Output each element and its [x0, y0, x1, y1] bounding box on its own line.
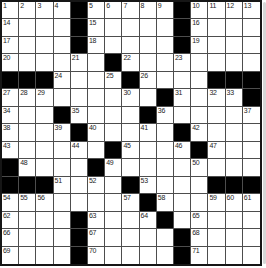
black-cell-r11c8 [122, 177, 139, 194]
black-cell-r11c13 [208, 177, 225, 194]
clue-number-43: 43 [3, 142, 10, 150]
cell-r12c7[interactable] [105, 194, 122, 211]
cell-r8c7[interactable] [105, 124, 122, 141]
black-cell-r14c5 [71, 229, 88, 246]
cell-r6c9[interactable] [140, 89, 157, 106]
cell-r8c13[interactable] [208, 124, 225, 141]
cell-r5c7[interactable]: 25 [105, 72, 122, 89]
cell-r10c13[interactable] [208, 159, 225, 176]
cell-r14c6[interactable]: 67 [88, 229, 105, 246]
cell-r12c10[interactable]: 58 [157, 194, 174, 211]
clue-number-39: 39 [55, 124, 62, 132]
clue-number-35: 35 [72, 107, 79, 115]
cell-r2c4[interactable] [54, 19, 71, 36]
cell-r14c2[interactable] [19, 229, 36, 246]
cell-r8c4[interactable]: 39 [54, 124, 71, 141]
cell-r11c9[interactable]: 53 [140, 177, 157, 194]
cell-r13c8[interactable] [122, 212, 139, 229]
cell-r4c15[interactable] [243, 54, 260, 71]
cell-r2c1[interactable]: 14 [2, 19, 19, 36]
cell-r12c4[interactable] [54, 194, 71, 211]
clue-number-29: 29 [37, 89, 44, 97]
clue-number-11: 11 [209, 2, 216, 10]
clue-number-40: 40 [89, 124, 96, 132]
black-cell-r9c7 [105, 142, 122, 159]
clue-number-31: 31 [175, 89, 182, 97]
cell-r6c1[interactable]: 27 [2, 89, 19, 106]
clue-number-12: 12 [227, 2, 234, 10]
right-edge-scrollbar-strip [263, 2, 266, 264]
cell-r12c2[interactable]: 55 [19, 194, 36, 211]
clue-number-19: 19 [192, 37, 199, 45]
clue-number-1: 1 [3, 2, 7, 10]
cell-r14c10[interactable] [157, 229, 174, 246]
black-cell-r5c14 [226, 72, 243, 89]
clue-number-30: 30 [123, 89, 130, 97]
cell-r14c13[interactable] [208, 229, 225, 246]
cell-r3c8[interactable] [122, 37, 139, 54]
cell-r8c9[interactable]: 41 [140, 124, 157, 141]
cell-r2c13[interactable] [208, 19, 225, 36]
cell-r12c14[interactable]: 60 [226, 194, 243, 211]
cell-r6c2[interactable]: 28 [19, 89, 36, 106]
cell-r14c7[interactable] [105, 229, 122, 246]
clue-number-24: 24 [55, 72, 62, 80]
cell-r1c10[interactable]: 9 [157, 2, 174, 19]
clue-number-33: 33 [227, 89, 234, 97]
clue-number-61: 61 [244, 194, 251, 202]
cell-r4c4[interactable] [54, 54, 71, 71]
clue-number-26: 26 [141, 72, 148, 80]
cell-r9c5[interactable]: 44 [71, 142, 88, 159]
cell-r14c9[interactable] [140, 229, 157, 246]
black-cell-r10c1 [2, 159, 19, 176]
cell-r7c2[interactable] [19, 107, 36, 124]
cell-r6c13[interactable]: 32 [208, 89, 225, 106]
clue-number-49: 49 [106, 159, 113, 167]
cell-r6c6[interactable] [88, 89, 105, 106]
cell-r12c12[interactable] [191, 194, 208, 211]
clue-number-46: 46 [175, 142, 182, 150]
black-cell-r3c11 [174, 37, 191, 54]
clue-number-66: 66 [3, 229, 10, 237]
clue-number-23: 23 [175, 54, 182, 62]
clue-number-10: 10 [192, 2, 199, 10]
black-cell-r10c6 [88, 159, 105, 176]
cell-r13c7[interactable] [105, 212, 122, 229]
cell-r4c3[interactable] [36, 54, 53, 71]
cell-r15c2[interactable] [19, 247, 36, 264]
clue-number-18: 18 [89, 37, 96, 45]
cell-r13c3[interactable] [36, 212, 53, 229]
cell-r9c3[interactable] [36, 142, 53, 159]
cell-r6c14[interactable]: 33 [226, 89, 243, 106]
cell-r1c14[interactable]: 12 [226, 2, 243, 19]
cell-r3c13[interactable] [208, 37, 225, 54]
cell-r8c15[interactable] [243, 124, 260, 141]
clue-number-52: 52 [89, 177, 96, 185]
cell-r15c9[interactable] [140, 247, 157, 264]
cell-r9c4[interactable] [54, 142, 71, 159]
cell-r6c3[interactable]: 29 [36, 89, 53, 106]
cell-r15c3[interactable] [36, 247, 53, 264]
clue-number-25: 25 [106, 72, 113, 80]
cell-r2c2[interactable] [19, 19, 36, 36]
clue-number-59: 59 [209, 194, 216, 202]
clue-number-27: 27 [3, 89, 10, 97]
cell-r5c10[interactable] [157, 72, 174, 89]
cell-r10c14[interactable] [226, 159, 243, 176]
cell-r5c4[interactable]: 24 [54, 72, 71, 89]
cell-r7c6[interactable] [88, 107, 105, 124]
cell-r15c7[interactable] [105, 247, 122, 264]
cell-r7c15[interactable]: 37 [243, 107, 260, 124]
clue-number-48: 48 [20, 159, 27, 167]
clue-number-55: 55 [20, 194, 27, 202]
clue-number-15: 15 [89, 19, 96, 27]
black-cell-r5c2 [19, 72, 36, 89]
cell-r15c10[interactable] [157, 247, 174, 264]
cell-r9c13[interactable]: 47 [208, 142, 225, 159]
clue-number-65: 65 [192, 212, 199, 220]
black-cell-r5c15 [243, 72, 260, 89]
cell-r4c12[interactable] [191, 54, 208, 71]
black-cell-r7c4 [54, 107, 71, 124]
cell-r11c11[interactable] [174, 177, 191, 194]
cell-r5c9[interactable]: 26 [140, 72, 157, 89]
cell-r5c5[interactable] [71, 72, 88, 89]
clue-number-69: 69 [3, 247, 10, 255]
black-cell-r11c3 [36, 177, 53, 194]
black-cell-r3c5 [71, 37, 88, 54]
cell-r14c3[interactable] [36, 229, 53, 246]
cell-r11c4[interactable]: 51 [54, 177, 71, 194]
cell-r1c4[interactable]: 4 [54, 2, 71, 19]
cell-r6c12[interactable] [191, 89, 208, 106]
clue-number-70: 70 [89, 247, 96, 255]
cell-r6c11[interactable]: 31 [174, 89, 191, 106]
cell-r9c14[interactable] [226, 142, 243, 159]
cell-r13c6[interactable]: 63 [88, 212, 105, 229]
cell-r3c15[interactable] [243, 37, 260, 54]
black-cell-r9c12 [191, 142, 208, 159]
crossword-page: 1234567891011121314151617181920212223242… [0, 0, 266, 268]
cell-r9c6[interactable] [88, 142, 105, 159]
cell-r15c15[interactable] [243, 247, 260, 264]
cell-r4c6[interactable] [88, 54, 105, 71]
black-cell-r2c5 [71, 19, 88, 36]
clue-number-64: 64 [141, 212, 148, 220]
cell-r10c9[interactable] [140, 159, 157, 176]
cell-r7c14[interactable] [226, 107, 243, 124]
cell-r11c7[interactable] [105, 177, 122, 194]
clue-number-47: 47 [209, 142, 216, 150]
cell-r6c8[interactable]: 30 [122, 89, 139, 106]
black-cell-r5c3 [36, 72, 53, 89]
cell-r15c12[interactable]: 71 [191, 247, 208, 264]
cell-r10c8[interactable] [122, 159, 139, 176]
cell-r2c8[interactable] [122, 19, 139, 36]
cell-r3c12[interactable]: 19 [191, 37, 208, 54]
black-cell-r7c9 [140, 107, 157, 124]
clue-number-41: 41 [141, 124, 148, 132]
cell-r3c9[interactable] [140, 37, 157, 54]
cell-r12c11[interactable] [174, 194, 191, 211]
clue-number-57: 57 [123, 194, 130, 202]
clue-number-56: 56 [37, 194, 44, 202]
black-cell-r1c11 [174, 2, 191, 19]
clue-number-44: 44 [72, 142, 79, 150]
cell-r8c12[interactable]: 42 [191, 124, 208, 141]
clue-number-14: 14 [3, 19, 10, 27]
clue-number-21: 21 [72, 54, 79, 62]
cell-r7c3[interactable] [36, 107, 53, 124]
cell-r12c8[interactable]: 57 [122, 194, 139, 211]
cell-r8c8[interactable] [122, 124, 139, 141]
cell-r5c6[interactable] [88, 72, 105, 89]
cell-r9c8[interactable]: 45 [122, 142, 139, 159]
cell-r14c8[interactable] [122, 229, 139, 246]
cell-r11c10[interactable] [157, 177, 174, 194]
cell-r15c8[interactable] [122, 247, 139, 264]
clue-number-17: 17 [3, 37, 10, 45]
cell-r12c5[interactable] [71, 194, 88, 211]
cell-r15c6[interactable]: 70 [88, 247, 105, 264]
cell-r8c1[interactable]: 38 [2, 124, 19, 141]
clue-number-16: 16 [192, 19, 199, 27]
clue-number-32: 32 [209, 89, 216, 97]
clue-number-54: 54 [3, 194, 10, 202]
cell-r7c8[interactable] [122, 107, 139, 124]
black-cell-r4c7 [105, 54, 122, 71]
cell-r13c11[interactable] [174, 212, 191, 229]
clue-number-53: 53 [141, 177, 148, 185]
cell-r7c7[interactable] [105, 107, 122, 124]
cell-r9c15[interactable] [243, 142, 260, 159]
clue-number-4: 4 [55, 2, 59, 10]
black-cell-r8c5 [71, 124, 88, 141]
black-cell-r6c15 [243, 89, 260, 106]
cell-r8c3[interactable] [36, 124, 53, 141]
cell-r9c2[interactable] [19, 142, 36, 159]
clue-number-22: 22 [123, 54, 130, 62]
cell-r10c7[interactable]: 49 [105, 159, 122, 176]
cell-r8c14[interactable] [226, 124, 243, 141]
black-cell-r15c5 [71, 247, 88, 264]
black-cell-r15c11 [174, 247, 191, 264]
cell-r10c11[interactable] [174, 159, 191, 176]
black-cell-r13c5 [71, 212, 88, 229]
cell-r1c8[interactable]: 7 [122, 2, 139, 19]
cell-r13c14[interactable] [226, 212, 243, 229]
clue-number-51: 51 [55, 177, 62, 185]
clue-number-20: 20 [3, 54, 10, 62]
cell-r5c12[interactable] [191, 72, 208, 89]
clue-number-68: 68 [192, 229, 199, 237]
cell-r1c7[interactable]: 6 [105, 2, 122, 19]
cell-r13c9[interactable]: 64 [140, 212, 157, 229]
cell-r15c4[interactable] [54, 247, 71, 264]
cell-r12c1[interactable]: 54 [2, 194, 19, 211]
cell-r7c13[interactable] [208, 107, 225, 124]
clue-number-67: 67 [89, 229, 96, 237]
crossword-board: 1234567891011121314151617181920212223242… [0, 0, 262, 266]
clue-number-50: 50 [192, 159, 199, 167]
clue-number-71: 71 [192, 247, 199, 255]
cell-r2c12[interactable]: 16 [191, 19, 208, 36]
cell-r14c14[interactable] [226, 229, 243, 246]
black-cell-r11c1 [2, 177, 19, 194]
clue-number-3: 3 [37, 2, 41, 10]
cell-r4c1[interactable]: 20 [2, 54, 19, 71]
cell-r10c3[interactable] [36, 159, 53, 176]
clue-number-63: 63 [89, 212, 96, 220]
cell-r10c15[interactable] [243, 159, 260, 176]
cell-r7c11[interactable] [174, 107, 191, 124]
cell-r11c6[interactable]: 52 [88, 177, 105, 194]
cell-r3c3[interactable] [36, 37, 53, 54]
cell-r12c15[interactable]: 61 [243, 194, 260, 211]
clue-number-34: 34 [3, 107, 10, 115]
cell-r9c1[interactable]: 43 [2, 142, 19, 159]
cell-r3c7[interactable] [105, 37, 122, 54]
clue-number-7: 7 [123, 2, 127, 10]
cell-r4c9[interactable] [140, 54, 157, 71]
cell-r10c2[interactable]: 48 [19, 159, 36, 176]
cell-r1c6[interactable]: 5 [88, 2, 105, 19]
clue-number-62: 62 [3, 212, 10, 220]
clue-number-42: 42 [192, 124, 199, 132]
black-cell-r14c11 [174, 229, 191, 246]
cell-r9c10[interactable] [157, 142, 174, 159]
cell-r12c13[interactable]: 59 [208, 194, 225, 211]
cell-r14c12[interactable]: 68 [191, 229, 208, 246]
cell-r4c10[interactable] [157, 54, 174, 71]
clue-number-37: 37 [244, 107, 251, 115]
cell-r3c10[interactable] [157, 37, 174, 54]
cell-r4c5[interactable]: 21 [71, 54, 88, 71]
black-cell-r11c15 [243, 177, 260, 194]
cell-r4c2[interactable] [19, 54, 36, 71]
cell-r4c8[interactable]: 22 [122, 54, 139, 71]
cell-r12c6[interactable] [88, 194, 105, 211]
cell-r13c12[interactable]: 65 [191, 212, 208, 229]
clue-number-38: 38 [3, 124, 10, 132]
cell-r3c2[interactable] [19, 37, 36, 54]
cell-r8c10[interactable] [157, 124, 174, 141]
black-cell-r8c11 [174, 124, 191, 141]
cell-r7c1[interactable]: 34 [2, 107, 19, 124]
black-cell-r11c14 [226, 177, 243, 194]
clue-number-2: 2 [20, 2, 24, 10]
cell-r1c1[interactable]: 1 [2, 2, 19, 19]
cell-r11c5[interactable] [71, 177, 88, 194]
cell-r2c15[interactable] [243, 19, 260, 36]
clue-number-45: 45 [123, 142, 130, 150]
cell-r4c13[interactable] [208, 54, 225, 71]
cell-r8c2[interactable] [19, 124, 36, 141]
cell-r14c1[interactable]: 66 [2, 229, 19, 246]
cell-r2c9[interactable] [140, 19, 157, 36]
cell-r10c5[interactable] [71, 159, 88, 176]
clue-number-13: 13 [244, 2, 251, 10]
cell-r9c9[interactable] [140, 142, 157, 159]
cell-r2c14[interactable] [226, 19, 243, 36]
black-cell-r5c8 [122, 72, 139, 89]
cell-r15c13[interactable] [208, 247, 225, 264]
cell-r7c5[interactable]: 35 [71, 107, 88, 124]
clue-number-60: 60 [227, 194, 234, 202]
cell-r8c6[interactable]: 40 [88, 124, 105, 141]
cell-r4c14[interactable] [226, 54, 243, 71]
black-cell-r1c5 [71, 2, 88, 19]
cell-r14c15[interactable] [243, 229, 260, 246]
cell-r13c13[interactable] [208, 212, 225, 229]
cell-r2c3[interactable] [36, 19, 53, 36]
cell-r2c10[interactable] [157, 19, 174, 36]
black-cell-r13c10 [157, 212, 174, 229]
cell-r13c1[interactable]: 62 [2, 212, 19, 229]
clue-number-36: 36 [158, 107, 165, 115]
black-cell-r5c13 [208, 72, 225, 89]
cell-r7c12[interactable] [191, 107, 208, 124]
cell-r1c9[interactable]: 8 [140, 2, 157, 19]
cell-r6c5[interactable] [71, 89, 88, 106]
cell-r12c3[interactable]: 56 [36, 194, 53, 211]
cell-r4c11[interactable]: 23 [174, 54, 191, 71]
cell-r5c11[interactable] [174, 72, 191, 89]
cell-r1c15[interactable]: 13 [243, 2, 260, 19]
cell-r9c11[interactable]: 46 [174, 142, 191, 159]
clue-number-6: 6 [106, 2, 110, 10]
clue-number-9: 9 [158, 2, 162, 10]
black-cell-r6c10 [157, 89, 174, 106]
cell-r10c4[interactable] [54, 159, 71, 176]
cell-r1c13[interactable]: 11 [208, 2, 225, 19]
cell-r3c1[interactable]: 17 [2, 37, 19, 54]
cell-r2c6[interactable]: 15 [88, 19, 105, 36]
cell-r13c4[interactable] [54, 212, 71, 229]
cell-r7c10[interactable]: 36 [157, 107, 174, 124]
clue-number-58: 58 [158, 194, 165, 202]
cell-r14c4[interactable] [54, 229, 71, 246]
cell-r13c2[interactable] [19, 212, 36, 229]
clue-number-28: 28 [20, 89, 27, 97]
cell-r1c3[interactable]: 3 [36, 2, 53, 19]
cell-r2c7[interactable] [105, 19, 122, 36]
clue-number-5: 5 [89, 2, 93, 10]
cell-r3c6[interactable]: 18 [88, 37, 105, 54]
cell-r3c4[interactable] [54, 37, 71, 54]
cell-r6c7[interactable] [105, 89, 122, 106]
cell-r1c12[interactable]: 10 [191, 2, 208, 19]
cell-r15c14[interactable] [226, 247, 243, 264]
black-cell-r11c2 [19, 177, 36, 194]
cell-r13c15[interactable] [243, 212, 260, 229]
clue-number-8: 8 [141, 2, 145, 10]
black-cell-r2c11 [174, 19, 191, 36]
cell-r3c14[interactable] [226, 37, 243, 54]
black-cell-r12c9 [140, 194, 157, 211]
cell-r1c2[interactable]: 2 [19, 2, 36, 19]
cell-r11c12[interactable] [191, 177, 208, 194]
cell-r10c10[interactable] [157, 159, 174, 176]
black-cell-r5c1 [2, 72, 19, 89]
cell-r10c12[interactable]: 50 [191, 159, 208, 176]
cell-r15c1[interactable]: 69 [2, 247, 19, 264]
cell-r6c4[interactable] [54, 89, 71, 106]
